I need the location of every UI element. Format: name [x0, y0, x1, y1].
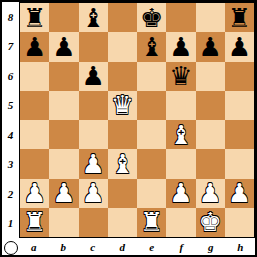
- white-bishop-f4[interactable]: ♝: [169, 122, 192, 148]
- square-a4[interactable]: [20, 120, 49, 149]
- square-c6[interactable]: ♟: [79, 62, 108, 91]
- square-h7[interactable]: ♟: [225, 32, 254, 61]
- black-bishop-c8[interactable]: ♝: [81, 5, 104, 31]
- rank-label-3: 3: [2, 150, 19, 180]
- square-d8[interactable]: [108, 3, 137, 32]
- white-rook-e1[interactable]: ♜: [140, 209, 163, 235]
- square-c7[interactable]: [79, 32, 108, 61]
- square-h5[interactable]: [225, 91, 254, 120]
- square-f4[interactable]: ♝: [166, 120, 195, 149]
- square-h3[interactable]: [225, 149, 254, 178]
- square-e1[interactable]: ♜: [137, 208, 166, 237]
- rank-label-5: 5: [2, 91, 19, 121]
- square-d7[interactable]: [108, 32, 137, 61]
- black-pawn-f7[interactable]: ♟: [169, 34, 192, 60]
- square-f7[interactable]: ♟: [166, 32, 195, 61]
- square-f3[interactable]: [166, 149, 195, 178]
- file-label-f: f: [167, 238, 197, 255]
- rank-label-7: 7: [2, 32, 19, 62]
- white-pawn-a2[interactable]: ♟: [23, 180, 46, 206]
- square-g7[interactable]: ♟: [196, 32, 225, 61]
- square-d1[interactable]: [108, 208, 137, 237]
- square-h8[interactable]: ♜: [225, 3, 254, 32]
- square-e4[interactable]: [137, 120, 166, 149]
- black-pawn-b7[interactable]: ♟: [52, 34, 75, 60]
- file-label-b: b: [49, 238, 79, 255]
- square-e6[interactable]: [137, 62, 166, 91]
- square-g4[interactable]: [196, 120, 225, 149]
- square-c5[interactable]: [79, 91, 108, 120]
- square-b7[interactable]: ♟: [49, 32, 78, 61]
- square-e2[interactable]: [137, 179, 166, 208]
- rank-label-1: 1: [2, 209, 19, 239]
- black-queen-f6[interactable]: ♛: [169, 63, 192, 89]
- square-b2[interactable]: ♟: [49, 179, 78, 208]
- white-bishop-d3[interactable]: ♝: [111, 151, 134, 177]
- square-c4[interactable]: [79, 120, 108, 149]
- white-pawn-c2[interactable]: ♟: [81, 180, 104, 206]
- white-pawn-b2[interactable]: ♟: [52, 180, 75, 206]
- square-b8[interactable]: [49, 3, 78, 32]
- black-pawn-c6[interactable]: ♟: [81, 63, 104, 89]
- square-a5[interactable]: [20, 91, 49, 120]
- rank-label-4: 4: [2, 120, 19, 150]
- square-a3[interactable]: [20, 149, 49, 178]
- square-d6[interactable]: [108, 62, 137, 91]
- square-g3[interactable]: [196, 149, 225, 178]
- file-label-e: e: [137, 238, 167, 255]
- square-g6[interactable]: [196, 62, 225, 91]
- file-label-h: h: [226, 238, 256, 255]
- white-pawn-f2[interactable]: ♟: [169, 180, 192, 206]
- square-b6[interactable]: [49, 62, 78, 91]
- square-f6[interactable]: ♛: [166, 62, 195, 91]
- rank-label-6: 6: [2, 61, 19, 91]
- square-a8[interactable]: ♜: [20, 3, 49, 32]
- chess-diagram: 87654321 ♜♝♚♜♟♟♝♟♟♟♟♛♛♝♟♝♟♟♟♟♟♟♜♜♚ abcde…: [0, 0, 257, 257]
- square-a1[interactable]: ♜: [20, 208, 49, 237]
- square-b5[interactable]: [49, 91, 78, 120]
- white-rook-a1[interactable]: ♜: [23, 209, 46, 235]
- square-c8[interactable]: ♝: [79, 3, 108, 32]
- rank-label-2: 2: [2, 179, 19, 209]
- square-a7[interactable]: ♟: [20, 32, 49, 61]
- white-pawn-h2[interactable]: ♟: [228, 180, 251, 206]
- square-e7[interactable]: ♝: [137, 32, 166, 61]
- file-labels: abcdefgh: [19, 238, 255, 255]
- chess-board: ♜♝♚♜♟♟♝♟♟♟♟♛♛♝♟♝♟♟♟♟♟♟♜♜♚: [19, 2, 255, 238]
- square-c2[interactable]: ♟: [79, 179, 108, 208]
- square-g8[interactable]: [196, 3, 225, 32]
- square-d5[interactable]: ♛: [108, 91, 137, 120]
- white-queen-d5[interactable]: ♛: [111, 92, 134, 118]
- square-e3[interactable]: [137, 149, 166, 178]
- file-label-g: g: [196, 238, 226, 255]
- square-g5[interactable]: [196, 91, 225, 120]
- square-c3[interactable]: ♟: [79, 149, 108, 178]
- file-label-c: c: [78, 238, 108, 255]
- rank-label-8: 8: [2, 2, 19, 32]
- rank-labels: 87654321: [2, 2, 19, 238]
- square-b3[interactable]: [49, 149, 78, 178]
- white-pawn-c3[interactable]: ♟: [81, 151, 104, 177]
- square-f1[interactable]: [166, 208, 195, 237]
- square-h4[interactable]: [225, 120, 254, 149]
- square-g2[interactable]: ♟: [196, 179, 225, 208]
- square-f8[interactable]: [166, 3, 195, 32]
- square-h1[interactable]: [225, 208, 254, 237]
- black-pawn-a7[interactable]: ♟: [23, 34, 46, 60]
- square-d3[interactable]: ♝: [108, 149, 137, 178]
- square-f2[interactable]: ♟: [166, 179, 195, 208]
- square-e5[interactable]: [137, 91, 166, 120]
- white-king-g1[interactable]: ♚: [198, 209, 221, 235]
- black-rook-a8[interactable]: ♜: [23, 5, 46, 31]
- square-e8[interactable]: ♚: [137, 3, 166, 32]
- black-bishop-e7[interactable]: ♝: [140, 34, 163, 60]
- black-pawn-g7[interactable]: ♟: [198, 34, 221, 60]
- square-d4[interactable]: [108, 120, 137, 149]
- white-pawn-g2[interactable]: ♟: [198, 180, 221, 206]
- square-b4[interactable]: [49, 120, 78, 149]
- black-king-e8[interactable]: ♚: [140, 5, 163, 31]
- square-c1[interactable]: [79, 208, 108, 237]
- black-rook-h8[interactable]: ♜: [228, 5, 251, 31]
- square-h6[interactable]: [225, 62, 254, 91]
- file-label-a: a: [19, 238, 49, 255]
- white-to-move-indicator-icon: [4, 241, 18, 255]
- square-h2[interactable]: ♟: [225, 179, 254, 208]
- square-a6[interactable]: [20, 62, 49, 91]
- square-b1[interactable]: [49, 208, 78, 237]
- square-d2[interactable]: [108, 179, 137, 208]
- square-a2[interactable]: ♟: [20, 179, 49, 208]
- square-f5[interactable]: [166, 91, 195, 120]
- black-pawn-h7[interactable]: ♟: [228, 34, 251, 60]
- side-to-move-corner: [2, 238, 19, 255]
- file-label-d: d: [108, 238, 138, 255]
- square-g1[interactable]: ♚: [196, 208, 225, 237]
